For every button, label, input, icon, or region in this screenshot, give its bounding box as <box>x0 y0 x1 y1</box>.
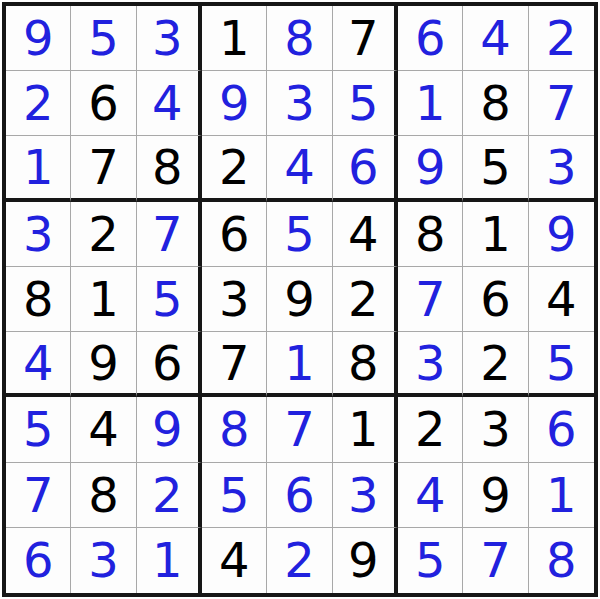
cell-r3c6[interactable]: 6 <box>333 136 398 201</box>
cell-r2c9[interactable]: 7 <box>529 71 594 136</box>
cell-r2c6[interactable]: 5 <box>333 71 398 136</box>
cell-r9c3[interactable]: 1 <box>137 528 202 593</box>
cell-r8c1[interactable]: 7 <box>6 463 71 528</box>
cell-r2c8[interactable]: 8 <box>463 71 528 136</box>
cell-r1c5[interactable]: 8 <box>267 6 332 71</box>
cell-r6c9[interactable]: 5 <box>529 332 594 397</box>
cell-r5c8[interactable]: 6 <box>463 267 528 332</box>
cell-r8c2[interactable]: 8 <box>71 463 136 528</box>
cell-r6c3[interactable]: 6 <box>137 332 202 397</box>
cell-r2c1[interactable]: 2 <box>6 71 71 136</box>
cell-r1c4[interactable]: 1 <box>202 6 267 71</box>
cell-r1c9[interactable]: 2 <box>529 6 594 71</box>
cell-r4c8[interactable]: 1 <box>463 202 528 267</box>
cell-r7c9[interactable]: 6 <box>529 397 594 462</box>
cell-r8c5[interactable]: 6 <box>267 463 332 528</box>
cell-r9c4[interactable]: 4 <box>202 528 267 593</box>
cell-r4c4[interactable]: 6 <box>202 202 267 267</box>
cell-r4c3[interactable]: 7 <box>137 202 202 267</box>
cell-r9c5[interactable]: 2 <box>267 528 332 593</box>
cell-r4c9[interactable]: 9 <box>529 202 594 267</box>
sudoku-board-frame: 9531876422649351871782469533276548198153… <box>2 2 598 597</box>
cell-r7c5[interactable]: 7 <box>267 397 332 462</box>
cell-r9c6[interactable]: 9 <box>333 528 398 593</box>
cell-r6c5[interactable]: 1 <box>267 332 332 397</box>
cell-r7c3[interactable]: 9 <box>137 397 202 462</box>
cell-r1c7[interactable]: 6 <box>398 6 463 71</box>
cell-r6c4[interactable]: 7 <box>202 332 267 397</box>
cell-r6c2[interactable]: 9 <box>71 332 136 397</box>
cell-r5c1[interactable]: 8 <box>6 267 71 332</box>
cell-r1c1[interactable]: 9 <box>6 6 71 71</box>
cell-r7c1[interactable]: 5 <box>6 397 71 462</box>
cell-r1c3[interactable]: 3 <box>137 6 202 71</box>
cell-r6c1[interactable]: 4 <box>6 332 71 397</box>
cell-r1c6[interactable]: 7 <box>333 6 398 71</box>
cell-r8c7[interactable]: 4 <box>398 463 463 528</box>
cell-r3c5[interactable]: 4 <box>267 136 332 201</box>
cell-r9c9[interactable]: 8 <box>529 528 594 593</box>
cell-r2c2[interactable]: 6 <box>71 71 136 136</box>
cell-r7c6[interactable]: 1 <box>333 397 398 462</box>
cell-r2c7[interactable]: 1 <box>398 71 463 136</box>
cell-r5c6[interactable]: 2 <box>333 267 398 332</box>
cell-r9c7[interactable]: 5 <box>398 528 463 593</box>
cell-r8c3[interactable]: 2 <box>137 463 202 528</box>
cell-r5c9[interactable]: 4 <box>529 267 594 332</box>
cell-r4c6[interactable]: 4 <box>333 202 398 267</box>
cell-r8c8[interactable]: 9 <box>463 463 528 528</box>
cell-r3c4[interactable]: 2 <box>202 136 267 201</box>
cell-r4c7[interactable]: 8 <box>398 202 463 267</box>
cell-r1c2[interactable]: 5 <box>71 6 136 71</box>
cell-r5c5[interactable]: 9 <box>267 267 332 332</box>
cell-r8c6[interactable]: 3 <box>333 463 398 528</box>
cell-r3c9[interactable]: 3 <box>529 136 594 201</box>
cell-r2c5[interactable]: 3 <box>267 71 332 136</box>
cell-r4c5[interactable]: 5 <box>267 202 332 267</box>
cell-r4c1[interactable]: 3 <box>6 202 71 267</box>
cell-r8c4[interactable]: 5 <box>202 463 267 528</box>
cell-r7c4[interactable]: 8 <box>202 397 267 462</box>
cell-r5c2[interactable]: 1 <box>71 267 136 332</box>
cell-r5c3[interactable]: 5 <box>137 267 202 332</box>
cell-r5c4[interactable]: 3 <box>202 267 267 332</box>
cell-r7c8[interactable]: 3 <box>463 397 528 462</box>
cell-r5c7[interactable]: 7 <box>398 267 463 332</box>
cell-r4c2[interactable]: 2 <box>71 202 136 267</box>
cell-r7c2[interactable]: 4 <box>71 397 136 462</box>
cell-r3c8[interactable]: 5 <box>463 136 528 201</box>
cell-r3c3[interactable]: 8 <box>137 136 202 201</box>
cell-r7c7[interactable]: 2 <box>398 397 463 462</box>
sudoku-board: 9531876422649351871782469533276548198153… <box>2 2 598 597</box>
cell-r3c7[interactable]: 9 <box>398 136 463 201</box>
cell-r6c6[interactable]: 8 <box>333 332 398 397</box>
cell-r3c1[interactable]: 1 <box>6 136 71 201</box>
cell-r9c2[interactable]: 3 <box>71 528 136 593</box>
cell-r2c4[interactable]: 9 <box>202 71 267 136</box>
cell-r8c9[interactable]: 1 <box>529 463 594 528</box>
cell-r3c2[interactable]: 7 <box>71 136 136 201</box>
cell-r1c8[interactable]: 4 <box>463 6 528 71</box>
cell-r2c3[interactable]: 4 <box>137 71 202 136</box>
cell-r9c1[interactable]: 6 <box>6 528 71 593</box>
cell-r9c8[interactable]: 7 <box>463 528 528 593</box>
cell-r6c7[interactable]: 3 <box>398 332 463 397</box>
cell-r6c8[interactable]: 2 <box>463 332 528 397</box>
